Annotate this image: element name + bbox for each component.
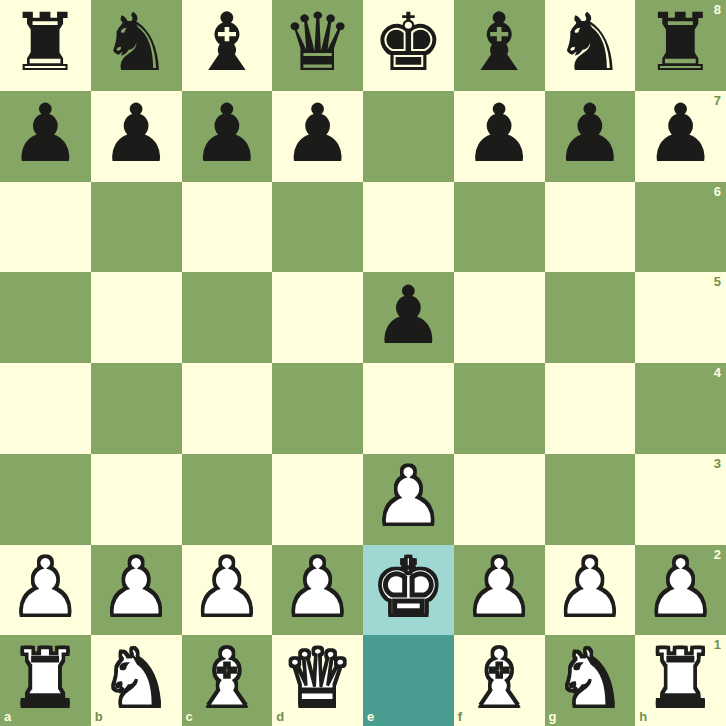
- piece-white-queen[interactable]: ♛: [282, 635, 354, 723]
- piece-white-pawn[interactable]: ♟: [463, 545, 535, 633]
- piece-black-pawn[interactable]: ♟: [463, 91, 535, 179]
- piece-black-bishop[interactable]: ♝: [191, 0, 263, 88]
- file-label-b: b: [95, 710, 103, 723]
- piece-white-king[interactable]: ♚: [373, 545, 445, 633]
- square-c8[interactable]: ♝: [182, 0, 273, 91]
- square-c7[interactable]: ♟: [182, 91, 273, 182]
- file-label-h: h: [639, 710, 647, 723]
- square-e2[interactable]: ♚: [363, 545, 454, 636]
- square-f6[interactable]: [454, 182, 545, 273]
- piece-black-king[interactable]: ♚: [373, 0, 445, 88]
- file-label-g: g: [549, 710, 557, 723]
- piece-white-rook[interactable]: ♜: [645, 635, 717, 723]
- piece-white-pawn[interactable]: ♟: [100, 545, 172, 633]
- square-d1[interactable]: ♛d: [272, 635, 363, 726]
- square-d2[interactable]: ♟: [272, 545, 363, 636]
- square-h6[interactable]: 6: [635, 182, 726, 273]
- square-a4[interactable]: [0, 363, 91, 454]
- square-b4[interactable]: [91, 363, 182, 454]
- square-e4[interactable]: [363, 363, 454, 454]
- square-f2[interactable]: ♟: [454, 545, 545, 636]
- rank-label-1: 1: [714, 638, 721, 651]
- rank-label-6: 6: [714, 185, 721, 198]
- piece-white-pawn[interactable]: ♟: [10, 545, 82, 633]
- square-a3[interactable]: [0, 454, 91, 545]
- square-a5[interactable]: [0, 272, 91, 363]
- piece-black-queen[interactable]: ♛: [282, 0, 354, 88]
- file-label-c: c: [186, 710, 193, 723]
- square-g5[interactable]: [545, 272, 636, 363]
- piece-white-pawn[interactable]: ♟: [191, 545, 263, 633]
- square-e6[interactable]: [363, 182, 454, 273]
- piece-black-pawn[interactable]: ♟: [554, 91, 626, 179]
- piece-black-bishop[interactable]: ♝: [463, 0, 535, 88]
- square-g1[interactable]: ♞g: [545, 635, 636, 726]
- square-f8[interactable]: ♝: [454, 0, 545, 91]
- square-e1[interactable]: e: [363, 635, 454, 726]
- square-h8[interactable]: ♜8: [635, 0, 726, 91]
- square-c6[interactable]: [182, 182, 273, 273]
- square-d6[interactable]: [272, 182, 363, 273]
- square-g4[interactable]: [545, 363, 636, 454]
- square-c2[interactable]: ♟: [182, 545, 273, 636]
- square-b7[interactable]: ♟: [91, 91, 182, 182]
- square-c5[interactable]: [182, 272, 273, 363]
- piece-black-pawn[interactable]: ♟: [373, 272, 445, 360]
- square-b2[interactable]: ♟: [91, 545, 182, 636]
- piece-black-knight[interactable]: ♞: [554, 0, 626, 88]
- square-d5[interactable]: [272, 272, 363, 363]
- square-c4[interactable]: [182, 363, 273, 454]
- square-h1[interactable]: ♜1h: [635, 635, 726, 726]
- square-c1[interactable]: ♝c: [182, 635, 273, 726]
- file-label-d: d: [276, 710, 284, 723]
- piece-black-rook[interactable]: ♜: [645, 0, 717, 88]
- square-f7[interactable]: ♟: [454, 91, 545, 182]
- square-b3[interactable]: [91, 454, 182, 545]
- square-e8[interactable]: ♚: [363, 0, 454, 91]
- file-label-f: f: [458, 710, 462, 723]
- square-f3[interactable]: [454, 454, 545, 545]
- piece-black-pawn[interactable]: ♟: [645, 91, 717, 179]
- piece-black-pawn[interactable]: ♟: [100, 91, 172, 179]
- square-b1[interactable]: ♞b: [91, 635, 182, 726]
- square-a6[interactable]: [0, 182, 91, 273]
- square-a7[interactable]: ♟: [0, 91, 91, 182]
- square-d7[interactable]: ♟: [272, 91, 363, 182]
- square-e5[interactable]: ♟: [363, 272, 454, 363]
- square-h3[interactable]: 3: [635, 454, 726, 545]
- rank-label-7: 7: [714, 94, 721, 107]
- square-f5[interactable]: [454, 272, 545, 363]
- square-c3[interactable]: [182, 454, 273, 545]
- piece-black-rook[interactable]: ♜: [10, 0, 82, 88]
- square-g7[interactable]: ♟: [545, 91, 636, 182]
- square-f4[interactable]: [454, 363, 545, 454]
- square-f1[interactable]: ♝f: [454, 635, 545, 726]
- rank-label-5: 5: [714, 275, 721, 288]
- piece-white-pawn[interactable]: ♟: [373, 454, 445, 542]
- square-d4[interactable]: [272, 363, 363, 454]
- piece-black-pawn[interactable]: ♟: [282, 91, 354, 179]
- square-b6[interactable]: [91, 182, 182, 273]
- square-g8[interactable]: ♞: [545, 0, 636, 91]
- square-d3[interactable]: [272, 454, 363, 545]
- rank-label-4: 4: [714, 366, 721, 379]
- piece-white-pawn[interactable]: ♟: [282, 545, 354, 633]
- piece-white-knight[interactable]: ♞: [554, 635, 626, 723]
- file-label-a: a: [4, 710, 11, 723]
- rank-label-8: 8: [714, 3, 721, 16]
- square-e7[interactable]: [363, 91, 454, 182]
- file-label-e: e: [367, 710, 374, 723]
- square-b5[interactable]: [91, 272, 182, 363]
- square-g6[interactable]: [545, 182, 636, 273]
- square-g2[interactable]: ♟: [545, 545, 636, 636]
- square-a2[interactable]: ♟: [0, 545, 91, 636]
- square-b8[interactable]: ♞: [91, 0, 182, 91]
- piece-white-pawn[interactable]: ♟: [645, 545, 717, 633]
- piece-white-knight[interactable]: ♞: [100, 635, 172, 723]
- rank-label-2: 2: [714, 548, 721, 561]
- square-h5[interactable]: 5: [635, 272, 726, 363]
- square-a1[interactable]: ♜a: [0, 635, 91, 726]
- square-g3[interactable]: [545, 454, 636, 545]
- piece-white-bishop[interactable]: ♝: [463, 635, 535, 723]
- square-h7[interactable]: ♟7: [635, 91, 726, 182]
- piece-black-pawn[interactable]: ♟: [191, 91, 263, 179]
- square-d8[interactable]: ♛: [272, 0, 363, 91]
- square-h4[interactable]: 4: [635, 363, 726, 454]
- rank-label-3: 3: [714, 457, 721, 470]
- piece-black-knight[interactable]: ♞: [100, 0, 172, 88]
- piece-white-rook[interactable]: ♜: [10, 635, 82, 723]
- piece-black-pawn[interactable]: ♟: [10, 91, 82, 179]
- square-a8[interactable]: ♜: [0, 0, 91, 91]
- square-h2[interactable]: ♟2: [635, 545, 726, 636]
- square-e3[interactable]: ♟: [363, 454, 454, 545]
- piece-white-bishop[interactable]: ♝: [191, 635, 263, 723]
- chess-board: ♜♞♝♛♚♝♞♜8♟♟♟♟♟♟♟76♟54♟3♟♟♟♟♚♟♟♟2♜a♞b♝c♛d…: [0, 0, 726, 726]
- piece-white-pawn[interactable]: ♟: [554, 545, 626, 633]
